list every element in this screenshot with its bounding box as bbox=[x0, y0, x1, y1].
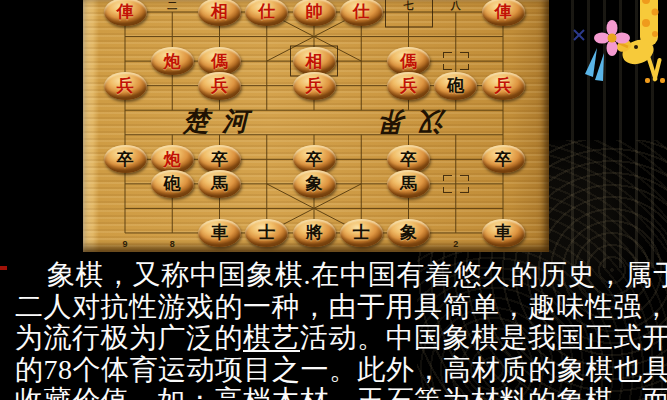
piece-black-卒-f9r6: 卒 bbox=[482, 145, 525, 173]
piece-red-相-f5r2: 相 bbox=[293, 47, 336, 75]
piece-glyph: 仕 bbox=[258, 3, 275, 20]
piece-glyph: 傌 bbox=[211, 52, 228, 69]
piece-glyph: 士 bbox=[258, 224, 275, 241]
qiyi-link[interactable]: 棋艺 bbox=[243, 322, 300, 353]
piece-glyph: 象 bbox=[306, 175, 323, 192]
red-edge-mark bbox=[0, 266, 7, 270]
xiangqi-board: 楚河 汉界 二七八982 俥相仕帥仕俥炮傌相傌兵兵兵兵砲兵卒炮卒卒卒卒砲馬象馬車… bbox=[83, 0, 549, 252]
piece-red-兵-f3r3: 兵 bbox=[198, 72, 241, 100]
piece-glyph: 兵 bbox=[211, 77, 228, 94]
piece-black-馬-f7r7: 馬 bbox=[387, 170, 430, 198]
piece-glyph: 卒 bbox=[495, 150, 512, 167]
piece-glyph: 兵 bbox=[117, 77, 134, 94]
piece-black-象-f5r7: 象 bbox=[293, 170, 336, 198]
piece-glyph: 相 bbox=[306, 52, 323, 69]
piece-glyph: 傌 bbox=[400, 52, 417, 69]
piece-black-車-f3r9: 車 bbox=[198, 219, 241, 247]
text-segment: 象棋，又称中国象棋.在中国有着悠久的历史，属于 bbox=[47, 259, 667, 290]
piece-glyph: 俥 bbox=[117, 3, 134, 20]
text-segment: 收藏价值，如：高档木材，玉石等为材料的象棋，而在 bbox=[15, 385, 667, 400]
piece-red-仕-f4r0: 仕 bbox=[245, 0, 288, 26]
piece-glyph: 卒 bbox=[400, 150, 417, 167]
piece-glyph: 兵 bbox=[400, 77, 417, 94]
piece-black-象-f7r9: 象 bbox=[387, 219, 430, 247]
piece-red-炮-f2r2: 炮 bbox=[151, 47, 194, 75]
text-line-1: 象棋，又称中国象棋.在中国有着悠久的历史，属于 bbox=[15, 259, 655, 291]
piece-glyph: 將 bbox=[306, 224, 323, 241]
piece-glyph: 相 bbox=[211, 3, 228, 20]
piece-red-帥-f5r0: 帥 bbox=[293, 0, 336, 26]
piece-glyph: 帥 bbox=[306, 3, 323, 20]
piece-red-兵-f1r3: 兵 bbox=[104, 72, 147, 100]
text-segment: 活动。中国象棋是我国正式开展 bbox=[300, 322, 667, 353]
piece-red-兵-f5r3: 兵 bbox=[293, 72, 336, 100]
piece-black-士-f6r9: 士 bbox=[340, 219, 383, 247]
slide-text: 象棋，又称中国象棋.在中国有着悠久的历史，属于二人对抗性游戏的一种，由于用具简单… bbox=[15, 259, 655, 400]
piece-glyph: 砲 bbox=[447, 77, 464, 94]
piece-glyph: 卒 bbox=[306, 150, 323, 167]
giraffe-decoration bbox=[570, 0, 667, 110]
piece-glyph: 車 bbox=[495, 224, 512, 241]
text-line-3: 为流行极为广泛的棋艺活动。中国象棋是我国正式开展 bbox=[15, 322, 655, 354]
piece-red-傌-f7r2: 傌 bbox=[387, 47, 430, 75]
piece-glyph: 馬 bbox=[211, 175, 228, 192]
piece-red-傌-f3r2: 傌 bbox=[198, 47, 241, 75]
piece-black-將-f5r9: 將 bbox=[293, 219, 336, 247]
text-line-4: 的78个体育运动项目之一。此外，高材质的象棋也具有 bbox=[15, 354, 655, 386]
text-line-5: 收藏价值，如：高档木材，玉石等为材料的象棋，而在 bbox=[15, 385, 655, 400]
piece-glyph: 象 bbox=[400, 224, 417, 241]
piece-glyph: 士 bbox=[353, 224, 370, 241]
text-line-2: 二人对抗性游戏的一种，由于用具简单，趣味性强，成 bbox=[15, 291, 655, 323]
piece-glyph: 兵 bbox=[495, 77, 512, 94]
sparkle-icon bbox=[574, 30, 584, 40]
piece-black-卒-f1r6: 卒 bbox=[104, 145, 147, 173]
piece-glyph: 俥 bbox=[495, 3, 512, 20]
piece-red-仕-f6r0: 仕 bbox=[340, 0, 383, 26]
piece-glyph: 車 bbox=[211, 224, 228, 241]
piece-glyph: 兵 bbox=[306, 77, 323, 94]
piece-glyph: 炮 bbox=[164, 52, 181, 69]
piece-black-馬-f3r7: 馬 bbox=[198, 170, 241, 198]
piece-red-俥-f1r0: 俥 bbox=[104, 0, 147, 26]
text-segment: 为流行极为广泛的 bbox=[15, 322, 243, 353]
text-segment: 二人对抗性游戏的一种，由于用具简单，趣味性强，成 bbox=[15, 291, 667, 322]
text-segment: 的78个体育运动项目之一。此外，高材质的象棋也具有 bbox=[15, 354, 667, 385]
piece-glyph: 卒 bbox=[211, 150, 228, 167]
piece-glyph: 炮 bbox=[164, 150, 181, 167]
slide: { "game": "xiangqi", "position": { "fen"… bbox=[0, 0, 667, 400]
piece-glyph: 馬 bbox=[400, 175, 417, 192]
piece-black-砲-f2r7: 砲 bbox=[151, 170, 194, 198]
piece-glyph: 卒 bbox=[117, 150, 134, 167]
piece-black-士-f4r9: 士 bbox=[245, 219, 288, 247]
streamer-icon bbox=[585, 48, 604, 81]
piece-glyph: 仕 bbox=[353, 3, 370, 20]
piece-red-相-f3r0: 相 bbox=[198, 0, 241, 26]
piece-black-砲-f8r3: 砲 bbox=[434, 72, 477, 100]
piece-black-車-f9r9: 車 bbox=[482, 219, 525, 247]
pieces-grid: 俥相仕帥仕俥炮傌相傌兵兵兵兵砲兵卒炮卒卒卒卒砲馬象馬車士將士象車 bbox=[101, 0, 526, 245]
piece-red-兵-f9r3: 兵 bbox=[482, 72, 525, 100]
piece-glyph: 砲 bbox=[164, 175, 181, 192]
piece-red-俥-f9r0: 俥 bbox=[482, 0, 525, 26]
piece-red-兵-f7r3: 兵 bbox=[387, 72, 430, 100]
